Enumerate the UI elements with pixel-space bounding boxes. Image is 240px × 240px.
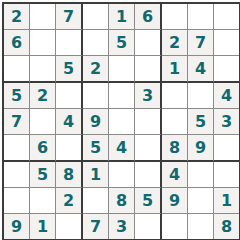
sudoku-cell-r2c1[interactable]: 6 xyxy=(4,30,30,56)
sudoku-cell-r6c6[interactable] xyxy=(135,135,162,162)
sudoku-cell-r9c4[interactable]: 7 xyxy=(83,214,109,239)
sudoku-cell-r1c5[interactable]: 1 xyxy=(109,4,135,30)
sudoku-cell-r5c5[interactable] xyxy=(109,109,135,135)
sudoku-cell-r8c9[interactable]: 1 xyxy=(214,188,239,214)
sudoku-cell-r2c3[interactable] xyxy=(56,30,83,56)
sudoku-cell-r9c7[interactable] xyxy=(162,214,188,239)
sudoku-cell-r1c6[interactable]: 6 xyxy=(135,4,162,30)
sudoku-cell-r3c6[interactable] xyxy=(135,56,162,83)
sudoku-cell-r6c4[interactable]: 5 xyxy=(83,135,109,162)
sudoku-cell-r1c9[interactable] xyxy=(214,4,239,30)
sudoku-cell-r8c3[interactable]: 2 xyxy=(56,188,83,214)
sudoku-cell-r4c6[interactable]: 3 xyxy=(135,83,162,109)
sudoku-cell-r8c4[interactable] xyxy=(83,188,109,214)
sudoku-cell-r5c9[interactable]: 3 xyxy=(214,109,239,135)
sudoku-cell-r9c5[interactable]: 3 xyxy=(109,214,135,239)
sudoku-board-wrapper: 2716652752145234749536548958142859191738 xyxy=(0,0,240,240)
sudoku-cell-r1c8[interactable] xyxy=(188,4,214,30)
sudoku-cell-r5c3[interactable]: 4 xyxy=(56,109,83,135)
sudoku-cell-r4c4[interactable] xyxy=(83,83,109,109)
sudoku-cell-r2c4[interactable] xyxy=(83,30,109,56)
sudoku-cell-r6c1[interactable] xyxy=(4,135,30,162)
sudoku-cell-r7c2[interactable]: 5 xyxy=(30,162,56,188)
sudoku-cell-r4c7[interactable] xyxy=(162,83,188,109)
sudoku-cell-r7c4[interactable]: 1 xyxy=(83,162,109,188)
sudoku-cell-r5c6[interactable] xyxy=(135,109,162,135)
sudoku-board: 2716652752145234749536548958142859191738 xyxy=(2,2,240,240)
sudoku-cell-r7c1[interactable] xyxy=(4,162,30,188)
sudoku-cell-r6c7[interactable]: 8 xyxy=(162,135,188,162)
sudoku-cell-r7c6[interactable] xyxy=(135,162,162,188)
sudoku-cell-r7c9[interactable] xyxy=(214,162,239,188)
sudoku-cell-r9c1[interactable]: 9 xyxy=(4,214,30,239)
sudoku-cell-r5c1[interactable]: 7 xyxy=(4,109,30,135)
sudoku-cell-r4c5[interactable] xyxy=(109,83,135,109)
sudoku-cell-r7c3[interactable]: 8 xyxy=(56,162,83,188)
sudoku-cell-r4c1[interactable]: 5 xyxy=(4,83,30,109)
sudoku-cell-r3c5[interactable] xyxy=(109,56,135,83)
sudoku-cell-r1c2[interactable] xyxy=(30,4,56,30)
sudoku-cell-r5c4[interactable]: 9 xyxy=(83,109,109,135)
sudoku-cell-r2c5[interactable]: 5 xyxy=(109,30,135,56)
sudoku-cell-r6c8[interactable]: 9 xyxy=(188,135,214,162)
sudoku-cell-r9c9[interactable]: 8 xyxy=(214,214,239,239)
sudoku-cell-r2c8[interactable]: 7 xyxy=(188,30,214,56)
sudoku-cell-r4c2[interactable]: 2 xyxy=(30,83,56,109)
sudoku-cell-r5c2[interactable] xyxy=(30,109,56,135)
sudoku-cell-r4c9[interactable]: 4 xyxy=(214,83,239,109)
sudoku-cell-r3c8[interactable]: 4 xyxy=(188,56,214,83)
sudoku-cell-r3c9[interactable] xyxy=(214,56,239,83)
sudoku-cell-r6c5[interactable]: 4 xyxy=(109,135,135,162)
sudoku-cell-r9c8[interactable] xyxy=(188,214,214,239)
sudoku-cell-r8c8[interactable] xyxy=(188,188,214,214)
sudoku-cell-r9c3[interactable] xyxy=(56,214,83,239)
sudoku-cell-r6c3[interactable] xyxy=(56,135,83,162)
sudoku-cell-r9c6[interactable] xyxy=(135,214,162,239)
sudoku-cell-r8c7[interactable]: 9 xyxy=(162,188,188,214)
sudoku-cell-r8c2[interactable] xyxy=(30,188,56,214)
sudoku-cell-r7c7[interactable]: 4 xyxy=(162,162,188,188)
sudoku-cell-r4c3[interactable] xyxy=(56,83,83,109)
sudoku-cell-r7c8[interactable] xyxy=(188,162,214,188)
sudoku-cell-r3c3[interactable]: 5 xyxy=(56,56,83,83)
sudoku-cell-r3c1[interactable] xyxy=(4,56,30,83)
sudoku-cell-r6c2[interactable]: 6 xyxy=(30,135,56,162)
sudoku-cell-r2c6[interactable] xyxy=(135,30,162,56)
sudoku-cell-r9c2[interactable]: 1 xyxy=(30,214,56,239)
sudoku-cell-r7c5[interactable] xyxy=(109,162,135,188)
sudoku-cell-r3c4[interactable]: 2 xyxy=(83,56,109,83)
sudoku-cell-r1c3[interactable]: 7 xyxy=(56,4,83,30)
sudoku-cell-r8c1[interactable] xyxy=(4,188,30,214)
sudoku-cell-r2c9[interactable] xyxy=(214,30,239,56)
sudoku-cell-r5c8[interactable]: 5 xyxy=(188,109,214,135)
sudoku-cell-r2c2[interactable] xyxy=(30,30,56,56)
sudoku-cell-r1c1[interactable]: 2 xyxy=(4,4,30,30)
sudoku-cell-r3c7[interactable]: 1 xyxy=(162,56,188,83)
sudoku-cell-r8c5[interactable]: 8 xyxy=(109,188,135,214)
sudoku-cell-r1c4[interactable] xyxy=(83,4,109,30)
sudoku-cell-r6c9[interactable] xyxy=(214,135,239,162)
sudoku-cell-r2c7[interactable]: 2 xyxy=(162,30,188,56)
sudoku-cell-r3c2[interactable] xyxy=(30,56,56,83)
sudoku-cell-r1c7[interactable] xyxy=(162,4,188,30)
sudoku-cell-r8c6[interactable]: 5 xyxy=(135,188,162,214)
sudoku-cell-r5c7[interactable] xyxy=(162,109,188,135)
sudoku-cell-r4c8[interactable] xyxy=(188,83,214,109)
